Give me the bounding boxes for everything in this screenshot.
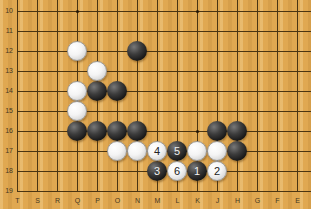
- black-stone-L17[interactable]: 5: [167, 141, 187, 161]
- black-stone-N12[interactable]: [127, 41, 147, 61]
- row-label-13: 13: [0, 67, 13, 75]
- grid-line-col-G: [257, 0, 258, 192]
- grid-line-col-H: [237, 0, 238, 192]
- white-stone-O17[interactable]: [107, 141, 127, 161]
- black-stone-Q16[interactable]: [67, 121, 87, 141]
- row-label-18: 18: [0, 167, 13, 175]
- row-label-11: 11: [0, 27, 13, 35]
- grid-line-row-13: [17, 71, 311, 72]
- white-stone-N17[interactable]: [127, 141, 147, 161]
- star-point-Q10: [76, 10, 79, 13]
- move-number-1: 1: [187, 161, 207, 181]
- white-stone-P13[interactable]: [87, 61, 107, 81]
- col-label-Q: Q: [72, 196, 83, 206]
- grid-line-row-11: [17, 31, 311, 32]
- col-label-F: F: [272, 196, 283, 206]
- white-stone-Q12[interactable]: [67, 41, 87, 61]
- col-label-M: M: [152, 196, 163, 206]
- row-label-14: 14: [0, 87, 13, 95]
- grid-line-row-15: [17, 111, 311, 112]
- col-label-H: H: [232, 196, 243, 206]
- move-number-6: 6: [168, 162, 186, 180]
- move-number-2: 2: [208, 162, 226, 180]
- grid-line-row-10: [17, 11, 311, 12]
- col-label-L: L: [172, 196, 183, 206]
- white-stone-J18[interactable]: 2: [207, 161, 227, 181]
- grid-line-col-T: [17, 0, 18, 192]
- grid-line-row-12: [17, 51, 311, 52]
- col-label-T: T: [12, 196, 23, 206]
- white-stone-J17[interactable]: [207, 141, 227, 161]
- white-stone-K17[interactable]: [187, 141, 207, 161]
- go-app: 10111213141516171819TSRQPONMLKJHGFE53146…: [0, 0, 311, 209]
- black-stone-P14[interactable]: [87, 81, 107, 101]
- black-stone-P16[interactable]: [87, 121, 107, 141]
- star-point-K10: [196, 10, 199, 13]
- col-label-G: G: [252, 196, 263, 206]
- black-stone-H17[interactable]: [227, 141, 247, 161]
- col-label-E: E: [292, 196, 303, 206]
- row-label-19: 19: [0, 187, 13, 195]
- black-stone-K18[interactable]: 1: [187, 161, 207, 181]
- col-label-P: P: [92, 196, 103, 206]
- move-number-5: 5: [167, 141, 187, 161]
- black-stone-O16[interactable]: [107, 121, 127, 141]
- grid-line-row-14: [17, 91, 311, 92]
- grid-line-col-N: [137, 0, 138, 192]
- row-label-12: 12: [0, 47, 13, 55]
- grid-line-col-F: [277, 0, 278, 192]
- col-label-J: J: [212, 196, 223, 206]
- black-stone-M18[interactable]: 3: [147, 161, 167, 181]
- row-label-10: 10: [0, 7, 13, 15]
- white-stone-M17[interactable]: 4: [147, 141, 167, 161]
- black-stone-N16[interactable]: [127, 121, 147, 141]
- col-label-N: N: [132, 196, 143, 206]
- grid-line-row-16: [17, 131, 311, 132]
- col-label-S: S: [32, 196, 43, 206]
- grid-line-col-R: [57, 0, 58, 192]
- star-point-K16: [196, 130, 199, 133]
- row-label-17: 17: [0, 147, 13, 155]
- black-stone-H16[interactable]: [227, 121, 247, 141]
- col-label-O: O: [112, 196, 123, 206]
- col-label-R: R: [52, 196, 63, 206]
- grid-line-col-S: [37, 0, 38, 192]
- white-stone-Q15[interactable]: [67, 101, 87, 121]
- black-stone-J16[interactable]: [207, 121, 227, 141]
- go-board[interactable]: 10111213141516171819TSRQPONMLKJHGFE53146…: [0, 0, 311, 209]
- white-stone-L18[interactable]: 6: [167, 161, 187, 181]
- white-stone-Q14[interactable]: [67, 81, 87, 101]
- move-number-4: 4: [148, 142, 166, 160]
- col-label-K: K: [192, 196, 203, 206]
- grid-line-row-19: [17, 191, 311, 192]
- move-number-3: 3: [147, 161, 167, 181]
- grid-line-col-E: [297, 0, 298, 192]
- row-label-16: 16: [0, 127, 13, 135]
- row-label-15: 15: [0, 107, 13, 115]
- black-stone-O14[interactable]: [107, 81, 127, 101]
